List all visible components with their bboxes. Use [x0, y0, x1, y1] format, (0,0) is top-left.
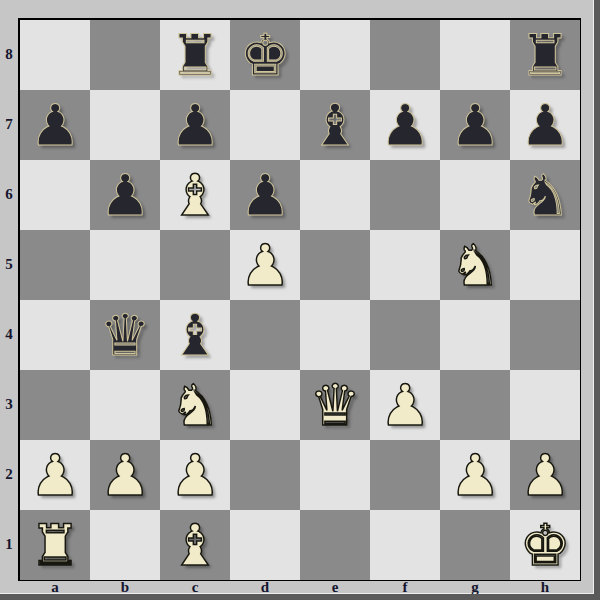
- square-c5[interactable]: [160, 230, 230, 300]
- square-b2[interactable]: ♟: [90, 440, 160, 510]
- black-pawn-piece[interactable]: ♟: [449, 90, 500, 160]
- white-pawn-piece[interactable]: ♟: [449, 440, 500, 510]
- black-bishop-piece[interactable]: ♝: [169, 300, 220, 370]
- square-d1[interactable]: [230, 510, 300, 580]
- square-c8[interactable]: ♜: [160, 20, 230, 90]
- square-a8[interactable]: [20, 20, 90, 90]
- white-queen-piece[interactable]: ♛: [309, 370, 360, 440]
- black-pawn-piece[interactable]: ♟: [169, 90, 220, 160]
- white-pawn-piece[interactable]: ♟: [99, 440, 150, 510]
- square-e1[interactable]: [300, 510, 370, 580]
- black-pawn-piece[interactable]: ♟: [99, 160, 150, 230]
- board-frame: ♜♚♜♟♟♝♟♟♟♟♝♟♞♟♞♛♝♞♛♟♟♟♟♟♟♜♝♚ 87654321abc…: [0, 0, 600, 600]
- square-d8[interactable]: ♚: [230, 20, 300, 90]
- white-pawn-piece[interactable]: ♟: [519, 440, 570, 510]
- square-f2[interactable]: [370, 440, 440, 510]
- file-label-a: a: [20, 581, 90, 594]
- white-bishop-piece[interactable]: ♝: [169, 160, 220, 230]
- square-b5[interactable]: [90, 230, 160, 300]
- square-b3[interactable]: [90, 370, 160, 440]
- white-knight-piece[interactable]: ♞: [169, 370, 220, 440]
- square-f8[interactable]: [370, 20, 440, 90]
- white-knight-piece[interactable]: ♞: [449, 230, 500, 300]
- square-g1[interactable]: [440, 510, 510, 580]
- file-label-d: d: [230, 581, 300, 594]
- square-e3[interactable]: ♛: [300, 370, 370, 440]
- square-g3[interactable]: [440, 370, 510, 440]
- black-pawn-piece[interactable]: ♟: [379, 90, 430, 160]
- square-g2[interactable]: ♟: [440, 440, 510, 510]
- white-pawn-piece[interactable]: ♟: [239, 230, 290, 300]
- rank-label-1: 1: [0, 509, 18, 579]
- square-h1[interactable]: ♚: [510, 510, 580, 580]
- rank-label-3: 3: [0, 369, 18, 439]
- square-d3[interactable]: [230, 370, 300, 440]
- square-d2[interactable]: [230, 440, 300, 510]
- square-e4[interactable]: [300, 300, 370, 370]
- square-c7[interactable]: ♟: [160, 90, 230, 160]
- square-d6[interactable]: ♟: [230, 160, 300, 230]
- square-g7[interactable]: ♟: [440, 90, 510, 160]
- square-h6[interactable]: ♞: [510, 160, 580, 230]
- square-e6[interactable]: [300, 160, 370, 230]
- square-f1[interactable]: [370, 510, 440, 580]
- black-pawn-piece[interactable]: ♟: [29, 90, 80, 160]
- square-f4[interactable]: [370, 300, 440, 370]
- square-g6[interactable]: [440, 160, 510, 230]
- black-pawn-piece[interactable]: ♟: [519, 90, 570, 160]
- square-b1[interactable]: [90, 510, 160, 580]
- square-b4[interactable]: ♛: [90, 300, 160, 370]
- square-g4[interactable]: [440, 300, 510, 370]
- square-e2[interactable]: [300, 440, 370, 510]
- square-e5[interactable]: [300, 230, 370, 300]
- square-a1[interactable]: ♜: [20, 510, 90, 580]
- square-a7[interactable]: ♟: [20, 90, 90, 160]
- rank-label-7: 7: [0, 89, 18, 159]
- square-g8[interactable]: [440, 20, 510, 90]
- white-pawn-piece[interactable]: ♟: [379, 370, 430, 440]
- square-b6[interactable]: ♟: [90, 160, 160, 230]
- chess-board: ♜♚♜♟♟♝♟♟♟♟♝♟♞♟♞♛♝♞♛♟♟♟♟♟♟♜♝♚: [18, 18, 581, 581]
- square-a4[interactable]: [20, 300, 90, 370]
- square-f7[interactable]: ♟: [370, 90, 440, 160]
- square-h4[interactable]: [510, 300, 580, 370]
- file-label-g: g: [440, 581, 510, 594]
- black-rook-piece[interactable]: ♜: [169, 20, 220, 90]
- square-d4[interactable]: [230, 300, 300, 370]
- white-king-piece[interactable]: ♚: [519, 510, 570, 580]
- square-f5[interactable]: [370, 230, 440, 300]
- square-a2[interactable]: ♟: [20, 440, 90, 510]
- square-h3[interactable]: [510, 370, 580, 440]
- file-label-e: e: [300, 581, 370, 594]
- rank-label-2: 2: [0, 439, 18, 509]
- black-knight-piece[interactable]: ♞: [519, 160, 570, 230]
- square-a6[interactable]: [20, 160, 90, 230]
- white-bishop-piece[interactable]: ♝: [169, 510, 220, 580]
- rank-label-4: 4: [0, 299, 18, 369]
- square-h8[interactable]: ♜: [510, 20, 580, 90]
- file-label-h: h: [510, 581, 580, 594]
- square-b8[interactable]: [90, 20, 160, 90]
- file-label-c: c: [160, 581, 230, 594]
- square-e7[interactable]: ♝: [300, 90, 370, 160]
- file-label-b: b: [90, 581, 160, 594]
- black-rook-piece[interactable]: ♜: [519, 20, 570, 90]
- square-g5[interactable]: ♞: [440, 230, 510, 300]
- square-d7[interactable]: [230, 90, 300, 160]
- square-a3[interactable]: [20, 370, 90, 440]
- black-pawn-piece[interactable]: ♟: [239, 160, 290, 230]
- square-c2[interactable]: ♟: [160, 440, 230, 510]
- square-e8[interactable]: [300, 20, 370, 90]
- square-h2[interactable]: ♟: [510, 440, 580, 510]
- black-king-piece[interactable]: ♚: [239, 20, 290, 90]
- white-pawn-piece[interactable]: ♟: [169, 440, 220, 510]
- square-a5[interactable]: [20, 230, 90, 300]
- rank-label-6: 6: [0, 159, 18, 229]
- white-pawn-piece[interactable]: ♟: [29, 440, 80, 510]
- square-f6[interactable]: [370, 160, 440, 230]
- square-c1[interactable]: ♝: [160, 510, 230, 580]
- square-d5[interactable]: ♟: [230, 230, 300, 300]
- square-f3[interactable]: ♟: [370, 370, 440, 440]
- white-rook-piece[interactable]: ♜: [29, 510, 80, 580]
- square-c3[interactable]: ♞: [160, 370, 230, 440]
- square-c4[interactable]: ♝: [160, 300, 230, 370]
- black-bishop-piece[interactable]: ♝: [309, 90, 360, 160]
- square-b7[interactable]: [90, 90, 160, 160]
- square-h7[interactable]: ♟: [510, 90, 580, 160]
- rank-label-5: 5: [0, 229, 18, 299]
- rank-label-8: 8: [0, 19, 18, 89]
- square-c6[interactable]: ♝: [160, 160, 230, 230]
- file-label-f: f: [370, 581, 440, 594]
- black-queen-piece[interactable]: ♛: [99, 300, 150, 370]
- square-h5[interactable]: [510, 230, 580, 300]
